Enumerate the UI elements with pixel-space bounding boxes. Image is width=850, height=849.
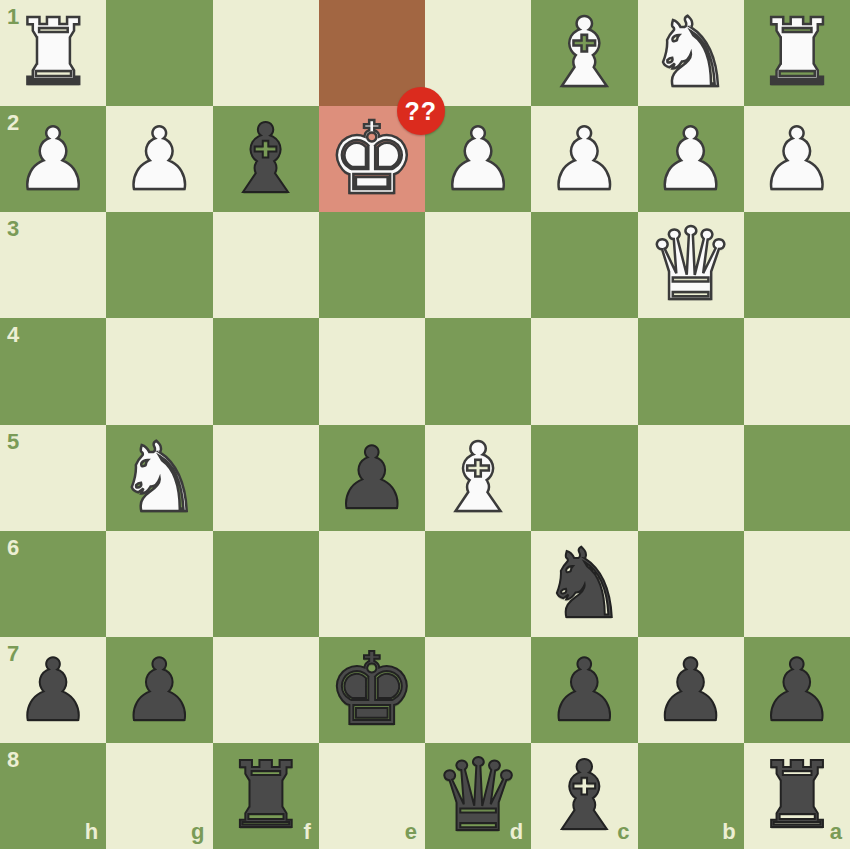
- square-c8[interactable]: c♝: [531, 743, 637, 849]
- square-b3[interactable]: ♛: [638, 212, 744, 318]
- piece-white-queen[interactable]: ♛: [638, 212, 744, 318]
- piece-black-pawn[interactable]: ♟: [319, 425, 425, 531]
- piece-white-bishop[interactable]: ♝: [425, 425, 531, 531]
- square-d1[interactable]: [425, 0, 531, 106]
- square-b6[interactable]: [638, 531, 744, 637]
- square-c4[interactable]: [531, 318, 637, 424]
- square-c3[interactable]: [531, 212, 637, 318]
- square-d3[interactable]: [425, 212, 531, 318]
- piece-white-pawn[interactable]: ♟: [744, 106, 850, 212]
- rank-label-3: 3: [7, 216, 19, 242]
- square-h7[interactable]: 7♟: [0, 637, 106, 743]
- piece-white-pawn[interactable]: ♟: [638, 106, 744, 212]
- square-b4[interactable]: [638, 318, 744, 424]
- square-h6[interactable]: 6: [0, 531, 106, 637]
- square-c2[interactable]: ♟: [531, 106, 637, 212]
- square-b5[interactable]: [638, 425, 744, 531]
- square-f4[interactable]: [213, 318, 319, 424]
- square-b2[interactable]: ♟: [638, 106, 744, 212]
- piece-black-queen[interactable]: ♛: [425, 743, 531, 849]
- square-f8[interactable]: f♜: [213, 743, 319, 849]
- square-c1[interactable]: ♝: [531, 0, 637, 106]
- piece-white-rook[interactable]: ♜: [0, 0, 106, 106]
- square-e2[interactable]: ♚??: [319, 106, 425, 212]
- square-g1[interactable]: [106, 0, 212, 106]
- square-f2[interactable]: ♝: [213, 106, 319, 212]
- piece-black-rook[interactable]: ♜: [213, 743, 319, 849]
- piece-black-bishop[interactable]: ♝: [213, 106, 319, 212]
- square-a1[interactable]: ♜: [744, 0, 850, 106]
- square-f7[interactable]: [213, 637, 319, 743]
- square-b1[interactable]: ♞: [638, 0, 744, 106]
- square-d5[interactable]: ♝: [425, 425, 531, 531]
- square-e8[interactable]: e: [319, 743, 425, 849]
- square-b7[interactable]: ♟: [638, 637, 744, 743]
- piece-white-rook[interactable]: ♜: [744, 0, 850, 106]
- piece-white-knight[interactable]: ♞: [106, 425, 212, 531]
- rank-label-5: 5: [7, 429, 19, 455]
- square-f1[interactable]: [213, 0, 319, 106]
- square-g2[interactable]: ♟: [106, 106, 212, 212]
- square-c7[interactable]: ♟: [531, 637, 637, 743]
- square-a4[interactable]: [744, 318, 850, 424]
- piece-black-pawn[interactable]: ♟: [106, 637, 212, 743]
- rank-label-6: 6: [7, 535, 19, 561]
- piece-white-knight[interactable]: ♞: [638, 0, 744, 106]
- square-g3[interactable]: [106, 212, 212, 318]
- square-d4[interactable]: [425, 318, 531, 424]
- piece-black-pawn[interactable]: ♟: [638, 637, 744, 743]
- file-label-b: b: [722, 819, 735, 845]
- file-label-h: h: [85, 819, 98, 845]
- rank-label-4: 4: [7, 322, 19, 348]
- square-a8[interactable]: a♜: [744, 743, 850, 849]
- square-d8[interactable]: d♛: [425, 743, 531, 849]
- square-d6[interactable]: [425, 531, 531, 637]
- square-f5[interactable]: [213, 425, 319, 531]
- square-g6[interactable]: [106, 531, 212, 637]
- rank-label-8: 8: [7, 747, 19, 773]
- square-f3[interactable]: [213, 212, 319, 318]
- piece-black-knight[interactable]: ♞: [531, 531, 637, 637]
- square-g8[interactable]: g: [106, 743, 212, 849]
- square-h3[interactable]: 3: [0, 212, 106, 318]
- square-a2[interactable]: ♟: [744, 106, 850, 212]
- square-c6[interactable]: ♞: [531, 531, 637, 637]
- square-e5[interactable]: ♟: [319, 425, 425, 531]
- square-e3[interactable]: [319, 212, 425, 318]
- square-a5[interactable]: [744, 425, 850, 531]
- piece-white-pawn[interactable]: ♟: [531, 106, 637, 212]
- piece-black-pawn[interactable]: ♟: [531, 637, 637, 743]
- square-a7[interactable]: ♟: [744, 637, 850, 743]
- square-a3[interactable]: [744, 212, 850, 318]
- square-h4[interactable]: 4: [0, 318, 106, 424]
- piece-black-bishop[interactable]: ♝: [531, 743, 637, 849]
- square-g7[interactable]: ♟: [106, 637, 212, 743]
- square-g4[interactable]: [106, 318, 212, 424]
- square-h8[interactable]: 8h: [0, 743, 106, 849]
- square-h1[interactable]: 1♜: [0, 0, 106, 106]
- piece-black-pawn[interactable]: ♟: [744, 637, 850, 743]
- square-e6[interactable]: [319, 531, 425, 637]
- piece-white-pawn[interactable]: ♟: [106, 106, 212, 212]
- square-a6[interactable]: [744, 531, 850, 637]
- piece-white-bishop[interactable]: ♝: [531, 0, 637, 106]
- file-label-g: g: [191, 819, 204, 845]
- blunder-badge: ??: [397, 87, 445, 135]
- chess-board-container: 1♜♝♞♜2♟♟♝♚??♟♟♟♟3♛45♞♟♝6♞7♟♟♚♟♟♟8hgf♜ed♛…: [0, 0, 850, 849]
- square-g5[interactable]: ♞: [106, 425, 212, 531]
- file-label-e: e: [405, 819, 417, 845]
- piece-black-rook[interactable]: ♜: [744, 743, 850, 849]
- square-e4[interactable]: [319, 318, 425, 424]
- square-c5[interactable]: [531, 425, 637, 531]
- square-h2[interactable]: 2♟: [0, 106, 106, 212]
- piece-black-pawn[interactable]: ♟: [0, 637, 106, 743]
- piece-white-pawn[interactable]: ♟: [0, 106, 106, 212]
- square-e7[interactable]: ♚: [319, 637, 425, 743]
- square-f6[interactable]: [213, 531, 319, 637]
- piece-black-king[interactable]: ♚: [319, 637, 425, 743]
- chess-board: 1♜♝♞♜2♟♟♝♚??♟♟♟♟3♛45♞♟♝6♞7♟♟♚♟♟♟8hgf♜ed♛…: [0, 0, 850, 849]
- square-b8[interactable]: b: [638, 743, 744, 849]
- square-d7[interactable]: [425, 637, 531, 743]
- square-h5[interactable]: 5: [0, 425, 106, 531]
